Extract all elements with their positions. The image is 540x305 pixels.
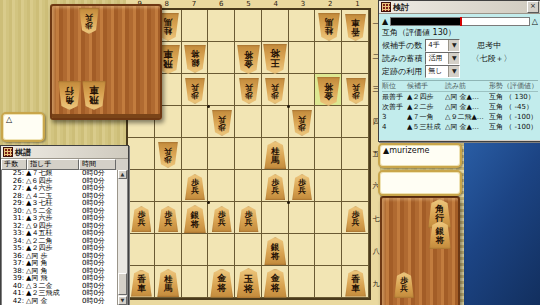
file-labels: 987654321	[126, 0, 371, 8]
kifu-move-list[interactable]: 25:▲７七銀0時0分26:△６四歩0時0分27:▲４六歩0時0分28:△４二玉…	[1, 170, 128, 305]
accumulate-select[interactable]: 活用 ▼	[425, 52, 460, 65]
kifu-scrollbar[interactable]: ▲ ▼	[117, 170, 127, 305]
sente-name-plate: ▲murizeme	[378, 143, 462, 168]
board-square-88[interactable]	[155, 234, 182, 266]
candidate-cell: △同 金▲…	[445, 122, 489, 132]
shogi-board: 香車桂馬桂馬香車飛車銀将金将王将歩兵歩兵歩兵歩兵金将歩兵歩兵歩兵歩兵桂馬歩兵歩兵…	[126, 8, 371, 300]
candidates-select[interactable]: 4手 ▼	[425, 39, 460, 52]
board-square-71[interactable]	[182, 10, 209, 42]
board-square-44[interactable]	[262, 106, 289, 138]
board-square-35[interactable]	[289, 138, 316, 170]
candidate-cell: △９二飛▲…	[445, 112, 489, 122]
board-square-54[interactable]	[235, 106, 262, 138]
rank-label: 九	[372, 268, 380, 300]
board-square-56[interactable]	[235, 170, 262, 202]
board-square-86[interactable]	[155, 170, 182, 202]
board-square-98[interactable]	[128, 234, 155, 266]
candidate-cell: ▲７一角	[407, 112, 445, 122]
candidate-col-header: 候補手	[407, 81, 445, 92]
board-square-79[interactable]	[182, 266, 209, 298]
shogi-piece-銀将[interactable]: 銀将	[429, 221, 451, 249]
hoshi-dot	[287, 201, 290, 204]
kifu-col-header[interactable]: 時間	[79, 159, 116, 170]
shogi-piece-歩兵[interactable]: 歩兵	[79, 8, 99, 34]
candidate-cell: 次善手	[382, 102, 407, 112]
kifu-cell: 42:	[2, 298, 26, 305]
kifu-window: 棋譜 手数指し手時間 25:▲７七銀0時0分26:△６四歩0時0分27:▲４六歩…	[0, 145, 129, 305]
sente-piece-stand: 角行銀将歩兵	[380, 196, 460, 305]
file-label: 4	[262, 0, 289, 8]
shogi-piece-金将[interactable]: 金将	[237, 45, 260, 74]
desktop-background	[464, 138, 540, 305]
shogi-piece-桂馬[interactable]: 桂馬	[157, 269, 179, 297]
file-label: 6	[208, 0, 235, 8]
candidate-cell: 最善手	[382, 92, 407, 102]
shogi-piece-角行[interactable]: 角行	[58, 81, 81, 110]
candidate-col-header: 順位	[382, 81, 407, 92]
board-square-33[interactable]	[289, 74, 316, 106]
joseki-label: 定跡の利用	[382, 66, 422, 77]
board-square-38[interactable]	[289, 234, 316, 266]
kifu-title: 棋譜	[15, 147, 126, 158]
board-square-14[interactable]	[342, 106, 369, 138]
board-square-31[interactable]	[289, 10, 316, 42]
analysis-window-icon	[381, 2, 391, 12]
sente-mark: ▲	[382, 17, 388, 26]
chevron-down-icon[interactable]: ▼	[448, 66, 459, 77]
board-square-18[interactable]	[342, 234, 369, 266]
analysis-title: 検討	[393, 2, 525, 13]
board-square-39[interactable]	[289, 266, 316, 298]
board-square-29[interactable]	[315, 266, 342, 298]
file-label: 3	[289, 0, 316, 8]
shogi-piece-歩兵[interactable]: 歩兵	[158, 206, 178, 232]
candidate-col-header: 読み筋	[445, 81, 489, 92]
board-square-24[interactable]	[315, 106, 342, 138]
shogi-piece-歩兵[interactable]: 歩兵	[292, 174, 312, 200]
candidate-row[interactable]: 次善手▲２二歩△同 金▲…互角 （ -45）	[382, 102, 538, 112]
accumulate-label: 読みの蓄積	[382, 53, 422, 64]
candidate-cell: 4	[382, 122, 407, 132]
shogi-piece-金将[interactable]: 金将	[264, 269, 287, 298]
board-square-26[interactable]	[315, 170, 342, 202]
kifu-cell: △同 金	[26, 298, 82, 305]
kifu-col-header[interactable]: 手数	[1, 159, 27, 170]
shogi-piece-香車[interactable]: 香車	[345, 270, 366, 297]
board-square-16[interactable]	[342, 170, 369, 202]
shogi-piece-金将[interactable]: 金将	[210, 269, 233, 298]
candidate-cell: 互角 （ 130）	[489, 92, 538, 102]
analysis-titlebar[interactable]: 検討 ×	[379, 1, 540, 14]
candidate-cell: ▲２四歩	[407, 92, 445, 102]
shogi-piece-銀将[interactable]: 銀将	[184, 205, 206, 233]
chevron-down-icon[interactable]: ▼	[448, 40, 459, 51]
board-square-28[interactable]	[315, 234, 342, 266]
board-square-12[interactable]	[342, 42, 369, 74]
board-square-96[interactable]	[128, 170, 155, 202]
board-square-61[interactable]	[208, 10, 235, 42]
rank-label: 八	[372, 235, 380, 267]
close-icon[interactable]: ×	[527, 1, 539, 13]
board-square-63[interactable]	[208, 74, 235, 106]
strength-label: 〈七段＋〉	[471, 53, 511, 64]
candidate-table-header: 順位候補手読み筋形勢（評価値）	[382, 81, 538, 92]
candidate-cell: △同 金▲…	[445, 102, 489, 112]
board-square-65[interactable]	[208, 138, 235, 170]
scrollbar-thumb[interactable]	[118, 273, 127, 295]
eval-bar-black-fill	[391, 18, 460, 25]
hoshi-dot	[287, 105, 290, 108]
eval-bar-center-marker	[460, 17, 462, 26]
shogi-piece-玉将[interactable]: 玉将	[237, 268, 261, 298]
board-square-25[interactable]	[315, 138, 342, 170]
sente-subtitle-plate	[378, 170, 462, 196]
board-square-75[interactable]	[182, 138, 209, 170]
board-square-15[interactable]	[342, 138, 369, 170]
candidate-cell: 互角 （ -100）	[489, 112, 538, 122]
board-square-22[interactable]	[315, 42, 342, 74]
candidate-cell: ▲２二歩	[407, 102, 445, 112]
board-square-41[interactable]	[262, 10, 289, 42]
board-square-62[interactable]	[208, 42, 235, 74]
shogi-piece-歩兵[interactable]: 歩兵	[346, 206, 366, 232]
shogi-piece-歩兵[interactable]: 歩兵	[185, 174, 205, 200]
board-square-27[interactable]	[315, 202, 342, 234]
shogi-piece-歩兵[interactable]: 歩兵	[265, 174, 285, 200]
kifu-col-header[interactable]: 指し手	[27, 159, 79, 170]
shogi-piece-歩兵[interactable]: 歩兵	[212, 206, 232, 232]
hoshi-dot	[207, 201, 210, 204]
thinking-status: 思考中	[477, 40, 501, 51]
gote-name-plate: △	[1, 112, 45, 142]
analysis-window: 検討 × ▲ △ 互角（評価値 130） 候補手の数 4手 ▼ 思考中	[378, 0, 540, 142]
board-square-95[interactable]	[128, 138, 155, 170]
shogi-piece-歩兵[interactable]: 歩兵	[131, 206, 151, 232]
kifu-titlebar[interactable]: 棋譜	[1, 146, 128, 159]
candidate-table: 順位候補手読み筋形勢（評価値） 最善手▲２四歩△同 金▲…互角 （ 130）次善…	[382, 80, 538, 132]
file-label: 2	[317, 0, 344, 8]
board-square-58[interactable]	[235, 234, 262, 266]
candidate-cell: △同 金▲…	[445, 92, 489, 102]
candidate-row[interactable]: 4▲５三桂成△同 金▲…互角 （ -100）	[382, 122, 538, 132]
shogi-piece-歩兵[interactable]: 歩兵	[394, 272, 414, 298]
kifu-column-headers[interactable]: 手数指し手時間	[1, 159, 128, 170]
shogi-app: 987654321 香車桂馬桂馬香車飛車銀将金将王将歩兵歩兵歩兵歩兵金将歩兵歩兵…	[0, 0, 540, 305]
candidate-cell: 3	[382, 112, 407, 122]
candidates-label: 候補手の数	[382, 40, 422, 51]
candidate-row[interactable]: 3▲７一角△９二飛▲…互角 （ -100）	[382, 112, 538, 122]
joseki-select[interactable]: 無し ▼	[425, 65, 460, 78]
board-square-78[interactable]	[182, 234, 209, 266]
candidate-cell: ▲５三桂成	[407, 122, 445, 132]
analysis-body: ▲ △ 互角（評価値 130） 候補手の数 4手 ▼ 思考中 読みの蓄積	[379, 14, 540, 140]
candidate-col-header: 形勢（評価値）	[489, 81, 538, 92]
board-square-51[interactable]	[235, 10, 262, 42]
candidate-cell: 互角 （ -100）	[489, 122, 538, 132]
kifu-window-icon	[3, 147, 13, 157]
board-square-37[interactable]	[289, 202, 316, 234]
eval-summary: 互角（評価値 130）	[382, 27, 538, 39]
board-square-47[interactable]	[262, 202, 289, 234]
file-label: 1	[344, 0, 371, 8]
scroll-up-icon[interactable]: ▲	[118, 170, 127, 179]
hoshi-dot	[207, 105, 210, 108]
board-frame: 987654321 香車桂馬桂馬香車飛車銀将金将王将歩兵歩兵歩兵歩兵金将歩兵歩兵…	[126, 0, 380, 305]
board-square-55[interactable]	[235, 138, 262, 170]
shogi-piece-歩兵[interactable]: 歩兵	[239, 206, 259, 232]
scroll-down-icon[interactable]: ▼	[118, 296, 127, 305]
candidate-row[interactable]: 最善手▲２四歩△同 金▲…互角 （ 130）	[382, 92, 538, 102]
shogi-piece-銀将[interactable]: 銀将	[264, 237, 286, 265]
kifu-row[interactable]: 42:△同 金0時0分	[2, 298, 127, 305]
board-square-74[interactable]	[182, 106, 209, 138]
board-square-68[interactable]	[208, 234, 235, 266]
shogi-piece-飛車[interactable]: 飛車	[82, 81, 106, 110]
eval-bar	[390, 17, 530, 26]
file-label: 5	[235, 0, 262, 8]
gote-piece-stand: 歩兵角行飛車	[50, 4, 162, 120]
candidate-cell: 互角 （ -45）	[489, 102, 538, 112]
gote-mark: △	[532, 17, 538, 26]
file-label: 7	[180, 0, 207, 8]
board-square-66[interactable]	[208, 170, 235, 202]
shogi-piece-桂馬[interactable]: 桂馬	[264, 141, 286, 169]
shogi-piece-香車[interactable]: 香車	[131, 270, 152, 297]
board-square-32[interactable]	[289, 42, 316, 74]
rank-label: 七	[372, 203, 380, 235]
chevron-down-icon[interactable]: ▼	[448, 53, 459, 64]
